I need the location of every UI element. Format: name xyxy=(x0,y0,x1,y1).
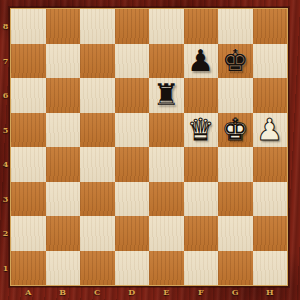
square-g1[interactable] xyxy=(218,251,253,286)
rank-label-2: 2 xyxy=(0,228,11,238)
square-e2[interactable] xyxy=(149,216,184,251)
rank-label-7: 7 xyxy=(0,56,11,66)
board-frame: ♟♚♜♛♚♟ 87654321ABCDEFGH xyxy=(0,0,300,300)
black-king[interactable]: ♚ xyxy=(218,44,253,79)
square-f8[interactable] xyxy=(184,9,219,44)
black-rook[interactable]: ♜ xyxy=(149,78,184,113)
file-label-e: E xyxy=(149,287,184,297)
square-h5[interactable]: ♟ xyxy=(253,113,288,148)
rank-label-3: 3 xyxy=(0,194,11,204)
square-g8[interactable] xyxy=(218,9,253,44)
square-g7[interactable]: ♚ xyxy=(218,44,253,79)
square-e7[interactable] xyxy=(149,44,184,79)
square-b7[interactable] xyxy=(46,44,81,79)
square-a8[interactable] xyxy=(11,9,46,44)
square-e1[interactable] xyxy=(149,251,184,286)
square-a4[interactable] xyxy=(11,147,46,182)
square-f3[interactable] xyxy=(184,182,219,217)
rank-label-6: 6 xyxy=(0,90,11,100)
square-a1[interactable] xyxy=(11,251,46,286)
square-h7[interactable] xyxy=(253,44,288,79)
file-label-f: F xyxy=(183,287,218,297)
rank-label-5: 5 xyxy=(0,125,11,135)
white-king[interactable]: ♚ xyxy=(218,113,253,148)
square-b3[interactable] xyxy=(46,182,81,217)
square-e4[interactable] xyxy=(149,147,184,182)
square-c1[interactable] xyxy=(80,251,115,286)
square-g4[interactable] xyxy=(218,147,253,182)
square-f5[interactable]: ♛ xyxy=(184,113,219,148)
square-f7[interactable]: ♟ xyxy=(184,44,219,79)
square-g6[interactable] xyxy=(218,78,253,113)
square-c2[interactable] xyxy=(80,216,115,251)
square-d4[interactable] xyxy=(115,147,150,182)
square-d5[interactable] xyxy=(115,113,150,148)
rank-label-1: 1 xyxy=(0,263,11,273)
chess-board: ♟♚♜♛♚♟ xyxy=(11,9,287,285)
file-label-h: H xyxy=(252,287,287,297)
square-a3[interactable] xyxy=(11,182,46,217)
square-h6[interactable] xyxy=(253,78,288,113)
square-g5[interactable]: ♚ xyxy=(218,113,253,148)
square-b6[interactable] xyxy=(46,78,81,113)
file-label-a: A xyxy=(11,287,46,297)
rank-label-4: 4 xyxy=(0,159,11,169)
square-d7[interactable] xyxy=(115,44,150,79)
square-b1[interactable] xyxy=(46,251,81,286)
square-b2[interactable] xyxy=(46,216,81,251)
rank-label-8: 8 xyxy=(0,21,11,31)
square-b4[interactable] xyxy=(46,147,81,182)
file-label-b: B xyxy=(45,287,80,297)
square-e8[interactable] xyxy=(149,9,184,44)
square-h2[interactable] xyxy=(253,216,288,251)
square-a7[interactable] xyxy=(11,44,46,79)
square-g3[interactable] xyxy=(218,182,253,217)
file-label-d: D xyxy=(114,287,149,297)
square-h8[interactable] xyxy=(253,9,288,44)
square-c5[interactable] xyxy=(80,113,115,148)
square-f6[interactable] xyxy=(184,78,219,113)
square-c4[interactable] xyxy=(80,147,115,182)
square-g2[interactable] xyxy=(218,216,253,251)
square-e5[interactable] xyxy=(149,113,184,148)
square-b5[interactable] xyxy=(46,113,81,148)
square-e3[interactable] xyxy=(149,182,184,217)
square-h3[interactable] xyxy=(253,182,288,217)
square-f4[interactable] xyxy=(184,147,219,182)
square-d2[interactable] xyxy=(115,216,150,251)
square-d8[interactable] xyxy=(115,9,150,44)
white-queen[interactable]: ♛ xyxy=(184,113,219,148)
square-h4[interactable] xyxy=(253,147,288,182)
square-c7[interactable] xyxy=(80,44,115,79)
square-c6[interactable] xyxy=(80,78,115,113)
square-c3[interactable] xyxy=(80,182,115,217)
square-h1[interactable] xyxy=(253,251,288,286)
square-a6[interactable] xyxy=(11,78,46,113)
black-pawn[interactable]: ♟ xyxy=(184,44,219,79)
square-a2[interactable] xyxy=(11,216,46,251)
square-d6[interactable] xyxy=(115,78,150,113)
white-pawn[interactable]: ♟ xyxy=(253,113,288,148)
square-a5[interactable] xyxy=(11,113,46,148)
square-e6[interactable]: ♜ xyxy=(149,78,184,113)
square-f2[interactable] xyxy=(184,216,219,251)
square-d3[interactable] xyxy=(115,182,150,217)
file-label-g: G xyxy=(218,287,253,297)
square-f1[interactable] xyxy=(184,251,219,286)
file-label-c: C xyxy=(80,287,115,297)
square-d1[interactable] xyxy=(115,251,150,286)
square-c8[interactable] xyxy=(80,9,115,44)
square-b8[interactable] xyxy=(46,9,81,44)
